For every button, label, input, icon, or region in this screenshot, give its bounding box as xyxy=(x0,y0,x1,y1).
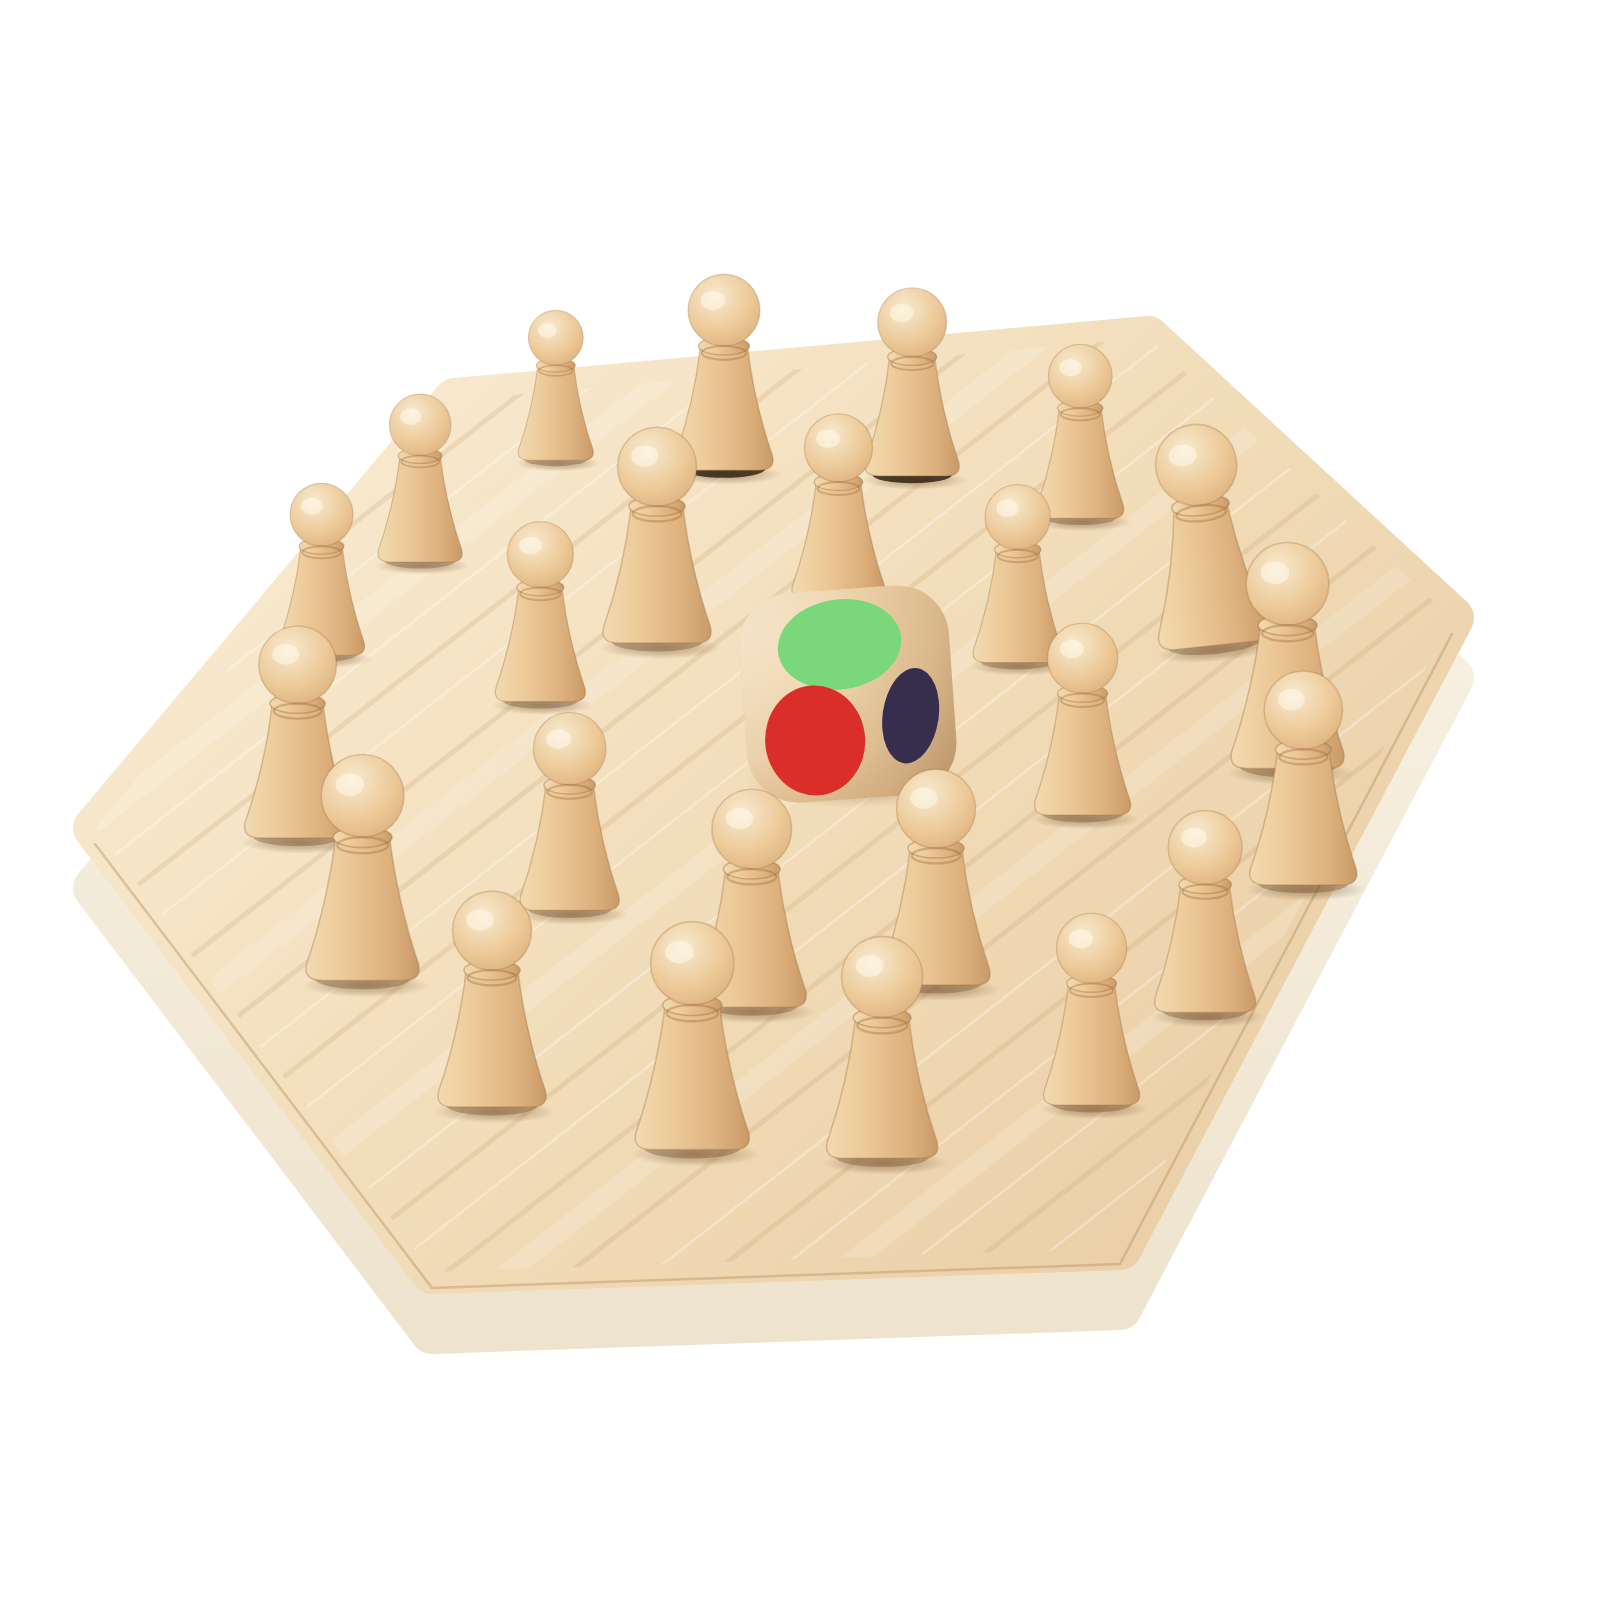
peg-head xyxy=(688,274,760,346)
peg-head-highlight xyxy=(889,304,913,323)
peg-head xyxy=(389,394,451,456)
peg-head-highlight xyxy=(1261,561,1290,583)
peg-head xyxy=(1247,542,1330,625)
wooden-peg[interactable] xyxy=(1015,615,1150,833)
peg-body xyxy=(826,1017,937,1158)
peg-head xyxy=(804,414,872,482)
peg-body xyxy=(1035,693,1131,815)
peg-head-highlight xyxy=(518,537,541,555)
peg-head xyxy=(1168,810,1242,884)
peg-head-highlight xyxy=(400,408,421,425)
peg-head xyxy=(985,484,1050,549)
peg-head-highlight xyxy=(631,445,658,466)
peg-head-highlight xyxy=(1059,359,1081,376)
peg-head xyxy=(290,483,353,546)
peg-body xyxy=(495,588,585,702)
peg-body xyxy=(603,506,711,643)
peg-body xyxy=(1044,983,1140,1105)
peg-body xyxy=(1154,884,1255,1012)
peg-head xyxy=(507,522,573,588)
wooden-peg[interactable] xyxy=(1024,905,1159,1123)
peg-body xyxy=(635,1006,749,1151)
wooden-peg[interactable] xyxy=(804,927,960,1179)
peg-head xyxy=(529,310,584,365)
peg-head-highlight xyxy=(273,644,300,665)
peg-head-highlight xyxy=(1060,639,1084,658)
wooden-peg[interactable] xyxy=(612,912,773,1171)
peg-head xyxy=(617,427,696,506)
peg-head-highlight xyxy=(855,955,883,977)
peg-head xyxy=(896,769,975,848)
memory-chess-product-photo xyxy=(0,0,1600,1600)
peg-head xyxy=(1048,623,1118,693)
peg-head-highlight xyxy=(1181,827,1207,847)
peg-head xyxy=(878,288,947,357)
peg-body xyxy=(791,482,884,600)
wooden-peg[interactable] xyxy=(581,418,733,663)
peg-head-highlight xyxy=(701,291,726,310)
peg-head-highlight xyxy=(336,773,365,795)
peg-head xyxy=(1151,420,1240,509)
peg-body xyxy=(306,837,419,980)
peg-head-highlight xyxy=(726,807,754,828)
peg-body xyxy=(438,970,546,1107)
peg-head-highlight xyxy=(997,499,1020,517)
peg-head-highlight xyxy=(665,941,694,963)
peg-head-highlight xyxy=(538,323,557,338)
peg-head-highlight xyxy=(910,787,937,808)
peg-head xyxy=(650,922,733,1005)
peg-head xyxy=(1057,913,1127,983)
peg-head xyxy=(259,626,337,704)
die-dot-dark-purple xyxy=(876,664,945,767)
die-dot-green xyxy=(772,591,907,697)
peg-head-highlight xyxy=(466,909,493,930)
peg-head-highlight xyxy=(301,498,323,515)
peg-head xyxy=(1264,671,1342,749)
peg-head-highlight xyxy=(1277,689,1304,710)
wooden-peg[interactable] xyxy=(477,514,604,718)
peg-head xyxy=(534,712,606,784)
peg-head xyxy=(322,754,405,837)
peg-head-highlight xyxy=(1069,929,1093,948)
peg-head xyxy=(1048,344,1112,408)
peg-body xyxy=(378,456,462,562)
peg-head xyxy=(841,936,922,1017)
peg-head-highlight xyxy=(816,430,840,448)
peg-head xyxy=(452,891,531,970)
peg-head-highlight xyxy=(546,729,571,749)
peg-head xyxy=(712,789,792,869)
wooden-peg[interactable] xyxy=(416,882,568,1127)
